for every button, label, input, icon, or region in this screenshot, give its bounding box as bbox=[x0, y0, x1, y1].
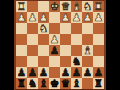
square-e2[interactable] bbox=[49, 12, 60, 23]
square-e5[interactable]: ♟ bbox=[49, 45, 60, 56]
square-a1[interactable]: ♜ bbox=[93, 1, 104, 12]
square-h2[interactable]: ♟ bbox=[16, 12, 27, 23]
square-c1[interactable]: ♝ bbox=[71, 1, 82, 12]
black-pawn: ♟ bbox=[39, 67, 48, 78]
square-h1[interactable]: ♜ bbox=[16, 1, 27, 12]
square-b6[interactable] bbox=[82, 56, 93, 67]
white-pawn: ♟ bbox=[94, 12, 103, 23]
black-rook: ♜ bbox=[94, 78, 103, 89]
white-knight: ♞ bbox=[39, 23, 48, 34]
square-b7[interactable]: ♟ bbox=[82, 67, 93, 78]
square-a4[interactable] bbox=[93, 34, 104, 45]
chess-board: ♜♚♛♝♞♜♟♟♟♟♟♟♟♞♟♟♝♞♟♟♟♟♟♟♟♜♞♝♚♛♝♜ bbox=[16, 1, 104, 89]
square-c6[interactable]: ♞ bbox=[71, 56, 82, 67]
black-pawn: ♟ bbox=[94, 67, 103, 78]
white-pawn: ♟ bbox=[72, 12, 81, 23]
black-pawn: ♟ bbox=[50, 45, 59, 56]
square-h5[interactable] bbox=[16, 45, 27, 56]
square-d2[interactable]: ♟ bbox=[60, 12, 71, 23]
white-pawn: ♟ bbox=[39, 12, 48, 23]
square-b3[interactable] bbox=[82, 23, 93, 34]
square-b5[interactable]: ♝ bbox=[82, 45, 93, 56]
square-f8[interactable]: ♝ bbox=[38, 78, 49, 89]
square-g6[interactable] bbox=[27, 56, 38, 67]
square-h4[interactable] bbox=[16, 34, 27, 45]
square-f1[interactable] bbox=[38, 1, 49, 12]
square-b2[interactable]: ♟ bbox=[82, 12, 93, 23]
square-c4[interactable] bbox=[71, 34, 82, 45]
white-queen: ♛ bbox=[61, 1, 70, 12]
white-pawn: ♟ bbox=[83, 12, 92, 23]
square-h6[interactable] bbox=[16, 56, 27, 67]
square-a3[interactable] bbox=[93, 23, 104, 34]
black-pawn: ♟ bbox=[28, 67, 37, 78]
square-e4[interactable]: ♟ bbox=[49, 34, 60, 45]
square-f4[interactable] bbox=[38, 34, 49, 45]
white-rook: ♜ bbox=[94, 1, 103, 12]
white-king: ♚ bbox=[50, 1, 59, 12]
black-rook: ♜ bbox=[17, 78, 26, 89]
square-a5[interactable] bbox=[93, 45, 104, 56]
square-d7[interactable]: ♟ bbox=[60, 67, 71, 78]
square-c8[interactable]: ♝ bbox=[71, 78, 82, 89]
square-a6[interactable] bbox=[93, 56, 104, 67]
square-a7[interactable]: ♟ bbox=[93, 67, 104, 78]
black-pawn: ♟ bbox=[83, 67, 92, 78]
square-e6[interactable] bbox=[49, 56, 60, 67]
black-knight: ♞ bbox=[28, 78, 37, 89]
square-d5[interactable] bbox=[60, 45, 71, 56]
square-a2[interactable]: ♟ bbox=[93, 12, 104, 23]
square-e1[interactable]: ♚ bbox=[49, 1, 60, 12]
square-f7[interactable]: ♟ bbox=[38, 67, 49, 78]
square-d4[interactable] bbox=[60, 34, 71, 45]
square-g8[interactable]: ♞ bbox=[27, 78, 38, 89]
black-bishop: ♝ bbox=[39, 78, 48, 89]
square-a8[interactable]: ♜ bbox=[93, 78, 104, 89]
white-rook: ♜ bbox=[17, 1, 26, 12]
black-pawn: ♟ bbox=[17, 67, 26, 78]
black-bishop: ♝ bbox=[72, 78, 81, 89]
square-c2[interactable]: ♟ bbox=[71, 12, 82, 23]
square-e7[interactable] bbox=[49, 67, 60, 78]
black-king: ♚ bbox=[50, 78, 59, 89]
white-pawn: ♟ bbox=[50, 34, 59, 45]
square-f6[interactable] bbox=[38, 56, 49, 67]
square-d1[interactable]: ♛ bbox=[60, 1, 71, 12]
square-g1[interactable] bbox=[27, 1, 38, 12]
square-f5[interactable] bbox=[38, 45, 49, 56]
square-h3[interactable] bbox=[16, 23, 27, 34]
white-bishop: ♝ bbox=[72, 1, 81, 12]
square-f2[interactable]: ♟ bbox=[38, 12, 49, 23]
black-pawn: ♟ bbox=[61, 67, 70, 78]
square-c3[interactable] bbox=[71, 23, 82, 34]
square-d3[interactable] bbox=[60, 23, 71, 34]
white-pawn: ♟ bbox=[61, 12, 70, 23]
square-c5[interactable] bbox=[71, 45, 82, 56]
square-f3[interactable]: ♞ bbox=[38, 23, 49, 34]
black-queen: ♛ bbox=[61, 78, 70, 89]
square-e8[interactable]: ♚ bbox=[49, 78, 60, 89]
black-knight: ♞ bbox=[72, 56, 81, 67]
square-b1[interactable]: ♞ bbox=[82, 1, 93, 12]
square-g2[interactable]: ♟ bbox=[27, 12, 38, 23]
screenshot-canvas: ♜♚♛♝♞♜♟♟♟♟♟♟♟♞♟♟♝♞♟♟♟♟♟♟♟♜♞♝♚♛♝♜ bbox=[0, 0, 120, 90]
black-pawn: ♟ bbox=[72, 67, 81, 78]
square-g3[interactable] bbox=[27, 23, 38, 34]
square-g4[interactable] bbox=[27, 34, 38, 45]
white-pawn: ♟ bbox=[17, 12, 26, 23]
square-e3[interactable] bbox=[49, 23, 60, 34]
square-h8[interactable]: ♜ bbox=[16, 78, 27, 89]
chess-board-frame: ♜♚♛♝♞♜♟♟♟♟♟♟♟♞♟♟♝♞♟♟♟♟♟♟♟♜♞♝♚♛♝♜ bbox=[14, 0, 106, 90]
square-c7[interactable]: ♟ bbox=[71, 67, 82, 78]
square-b4[interactable] bbox=[82, 34, 93, 45]
square-g5[interactable] bbox=[27, 45, 38, 56]
square-b8[interactable] bbox=[82, 78, 93, 89]
square-d6[interactable] bbox=[60, 56, 71, 67]
white-bishop: ♝ bbox=[83, 45, 92, 56]
square-h7[interactable]: ♟ bbox=[16, 67, 27, 78]
white-knight: ♞ bbox=[83, 1, 92, 12]
square-g7[interactable]: ♟ bbox=[27, 67, 38, 78]
white-pawn: ♟ bbox=[28, 12, 37, 23]
square-d8[interactable]: ♛ bbox=[60, 78, 71, 89]
